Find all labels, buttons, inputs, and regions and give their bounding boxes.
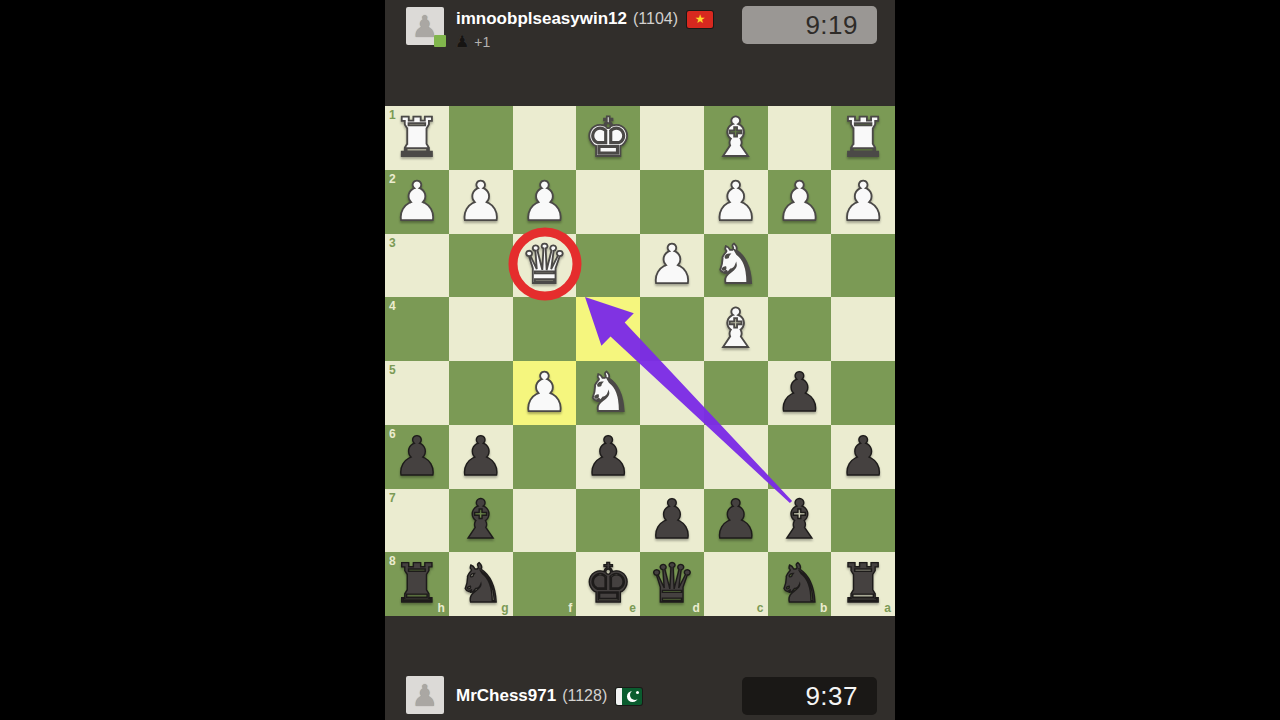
square-h5[interactable]: 5 xyxy=(385,361,449,425)
square-c5[interactable] xyxy=(704,361,768,425)
piece-wQ-f3[interactable]: ♛ xyxy=(520,238,568,292)
square-c3[interactable]: ♞ xyxy=(704,234,768,298)
square-b5[interactable]: ♟ xyxy=(768,361,832,425)
vietnam-flag-icon: ★ xyxy=(687,11,713,28)
square-h2[interactable]: 2♟ xyxy=(385,170,449,234)
piece-wP-c2[interactable]: ♟ xyxy=(711,175,759,229)
piece-bR-a8[interactable]: ♜ xyxy=(839,557,887,611)
piece-wP-f2[interactable]: ♟ xyxy=(520,175,568,229)
square-a2[interactable]: ♟ xyxy=(831,170,895,234)
bottom-player-nameline[interactable]: MrChess971 (1128) xyxy=(456,686,642,706)
square-d7[interactable]: ♟ xyxy=(640,489,704,553)
square-f5[interactable]: ♟ xyxy=(513,361,577,425)
piece-wP-b2[interactable]: ♟ xyxy=(775,175,823,229)
piece-bQ-d8[interactable]: ♛ xyxy=(648,557,696,611)
square-g2[interactable]: ♟ xyxy=(449,170,513,234)
square-d4[interactable] xyxy=(640,297,704,361)
piece-wR-a1[interactable]: ♜ xyxy=(839,111,887,165)
piece-bP-g6[interactable]: ♟ xyxy=(456,430,504,484)
square-f8[interactable]: f xyxy=(513,552,577,616)
online-status-badge xyxy=(434,35,446,47)
square-e4[interactable] xyxy=(576,297,640,361)
square-c7[interactable]: ♟ xyxy=(704,489,768,553)
square-h8[interactable]: 8h♜ xyxy=(385,552,449,616)
bottom-player-bar: ♟ MrChess971 (1128) 9:37 xyxy=(385,665,895,720)
square-c8[interactable]: c xyxy=(704,552,768,616)
square-b6[interactable] xyxy=(768,425,832,489)
piece-wP-a2[interactable]: ♟ xyxy=(839,175,887,229)
square-b7[interactable]: ♝ xyxy=(768,489,832,553)
avatar-pawn-icon: ♟ xyxy=(412,681,439,711)
square-e8[interactable]: e♚ xyxy=(576,552,640,616)
pakistan-flag-icon xyxy=(616,688,642,705)
bottom-player-rating: (1128) xyxy=(562,687,607,705)
square-b1[interactable] xyxy=(768,106,832,170)
piece-wP-g2[interactable]: ♟ xyxy=(456,175,504,229)
top-player-nameline[interactable]: imnoobplseasywin12 (1104) ★ xyxy=(456,9,713,29)
piece-wP-f5[interactable]: ♟ xyxy=(520,366,568,420)
square-h6[interactable]: 6♟ xyxy=(385,425,449,489)
square-f4[interactable] xyxy=(513,297,577,361)
square-c4[interactable]: ♝ xyxy=(704,297,768,361)
square-b8[interactable]: b♞ xyxy=(768,552,832,616)
square-g5[interactable] xyxy=(449,361,513,425)
square-d5[interactable] xyxy=(640,361,704,425)
square-b4[interactable] xyxy=(768,297,832,361)
square-g7[interactable]: ♝ xyxy=(449,489,513,553)
letterboxed-stage: ♟ imnoobplseasywin12 (1104) ★ ♟ +1 9:19 … xyxy=(0,0,1280,720)
piece-bN-g8[interactable]: ♞ xyxy=(456,557,504,611)
top-player-bar: ♟ imnoobplseasywin12 (1104) ★ ♟ +1 9:19 xyxy=(385,0,895,58)
square-a4[interactable] xyxy=(831,297,895,361)
piece-wR-h1[interactable]: ♜ xyxy=(393,111,441,165)
square-e7[interactable] xyxy=(576,489,640,553)
square-e3[interactable] xyxy=(576,234,640,298)
chess-board[interactable]: 1♜♚♝♜2♟♟♟♟♟♟3♛♟♞4♝5♟♞♟6♟♟♟♟7♝♟♟♝8h♜g♞fe♚… xyxy=(385,106,895,616)
square-d6[interactable] xyxy=(640,425,704,489)
square-a3[interactable] xyxy=(831,234,895,298)
rank-label: 7 xyxy=(389,492,396,504)
piece-bB-g7[interactable]: ♝ xyxy=(456,493,504,547)
piece-wK-e1[interactable]: ♚ xyxy=(584,111,632,165)
square-a6[interactable]: ♟ xyxy=(831,425,895,489)
piece-bN-b8[interactable]: ♞ xyxy=(775,557,823,611)
square-d3[interactable]: ♟ xyxy=(640,234,704,298)
piece-wN-c3[interactable]: ♞ xyxy=(711,238,759,292)
captured-black-pawn-icon: ♟ xyxy=(455,34,469,50)
file-label: c xyxy=(757,602,764,614)
square-b3[interactable] xyxy=(768,234,832,298)
square-e5[interactable]: ♞ xyxy=(576,361,640,425)
piece-bP-e6[interactable]: ♟ xyxy=(584,430,632,484)
square-e2[interactable] xyxy=(576,170,640,234)
square-g1[interactable] xyxy=(449,106,513,170)
piece-wP-d3[interactable]: ♟ xyxy=(648,238,696,292)
piece-bP-a6[interactable]: ♟ xyxy=(839,430,887,484)
square-e1[interactable]: ♚ xyxy=(576,106,640,170)
square-f3[interactable]: ♛ xyxy=(513,234,577,298)
square-a1[interactable]: ♜ xyxy=(831,106,895,170)
square-f6[interactable] xyxy=(513,425,577,489)
piece-bP-h6[interactable]: ♟ xyxy=(393,430,441,484)
square-e6[interactable]: ♟ xyxy=(576,425,640,489)
square-d2[interactable] xyxy=(640,170,704,234)
square-f2[interactable]: ♟ xyxy=(513,170,577,234)
square-f1[interactable] xyxy=(513,106,577,170)
bottom-player-clock: 9:37 xyxy=(742,677,877,715)
piece-wN-e5[interactable]: ♞ xyxy=(584,366,632,420)
rank-label: 3 xyxy=(389,237,396,249)
square-c2[interactable]: ♟ xyxy=(704,170,768,234)
rank-label: 5 xyxy=(389,364,396,376)
square-a8[interactable]: a♜ xyxy=(831,552,895,616)
square-a7[interactable] xyxy=(831,489,895,553)
file-label: f xyxy=(568,602,572,614)
app-content: ♟ imnoobplseasywin12 (1104) ★ ♟ +1 9:19 … xyxy=(385,0,895,720)
top-player-name: imnoobplseasywin12 xyxy=(456,9,627,29)
piece-bR-h8[interactable]: ♜ xyxy=(393,557,441,611)
top-player-captured: ♟ +1 xyxy=(455,33,490,51)
piece-bK-e8[interactable]: ♚ xyxy=(584,557,632,611)
square-h7[interactable]: 7 xyxy=(385,489,449,553)
square-c6[interactable] xyxy=(704,425,768,489)
material-score: +1 xyxy=(474,34,490,50)
piece-bP-c7[interactable]: ♟ xyxy=(711,493,759,547)
square-c1[interactable]: ♝ xyxy=(704,106,768,170)
square-a5[interactable] xyxy=(831,361,895,425)
piece-wB-c1[interactable]: ♝ xyxy=(711,111,759,165)
square-g3[interactable] xyxy=(449,234,513,298)
square-f7[interactable] xyxy=(513,489,577,553)
square-d8[interactable]: d♛ xyxy=(640,552,704,616)
top-player-avatar[interactable]: ♟ xyxy=(406,7,444,45)
piece-bP-b5[interactable]: ♟ xyxy=(775,366,823,420)
piece-bP-d7[interactable]: ♟ xyxy=(648,493,696,547)
square-g6[interactable]: ♟ xyxy=(449,425,513,489)
square-g8[interactable]: g♞ xyxy=(449,552,513,616)
square-h4[interactable]: 4 xyxy=(385,297,449,361)
top-player-rating: (1104) xyxy=(633,10,678,28)
piece-wB-c4[interactable]: ♝ xyxy=(711,302,759,356)
piece-wP-h2[interactable]: ♟ xyxy=(393,175,441,229)
top-player-clock: 9:19 xyxy=(742,6,877,44)
square-h1[interactable]: 1♜ xyxy=(385,106,449,170)
bottom-player-avatar[interactable]: ♟ xyxy=(406,676,444,714)
bottom-player-name: MrChess971 xyxy=(456,686,556,706)
square-g4[interactable] xyxy=(449,297,513,361)
piece-bB-b7[interactable]: ♝ xyxy=(775,493,823,547)
square-d1[interactable] xyxy=(640,106,704,170)
square-h3[interactable]: 3 xyxy=(385,234,449,298)
square-b2[interactable]: ♟ xyxy=(768,170,832,234)
rank-label: 4 xyxy=(389,300,396,312)
